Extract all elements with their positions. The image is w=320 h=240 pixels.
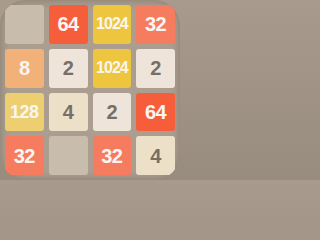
tile-1024: 1024 bbox=[93, 5, 132, 44]
tile-2: 2 bbox=[93, 93, 132, 132]
tile-8: 8 bbox=[5, 49, 44, 88]
tile-32: 32 bbox=[5, 136, 44, 175]
tile-4: 4 bbox=[49, 93, 88, 132]
tile-4: 4 bbox=[136, 136, 175, 175]
empty-cell bbox=[49, 136, 88, 175]
tile-32: 32 bbox=[136, 5, 175, 44]
tile-64: 64 bbox=[49, 5, 88, 44]
board-2048[interactable]: 641024328210242128426432324 bbox=[0, 0, 180, 180]
tile-128: 128 bbox=[5, 93, 44, 132]
tile-2: 2 bbox=[49, 49, 88, 88]
tile-32: 32 bbox=[93, 136, 132, 175]
tile-1024: 1024 bbox=[93, 49, 132, 88]
empty-cell bbox=[5, 5, 44, 44]
tile-64: 64 bbox=[136, 93, 175, 132]
tile-2: 2 bbox=[136, 49, 175, 88]
